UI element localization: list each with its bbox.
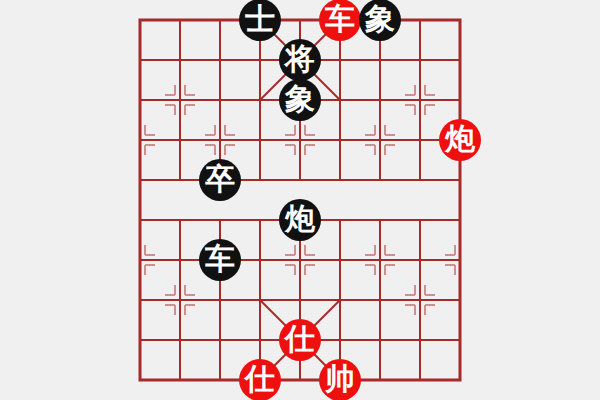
red-chariot-piece[interactable]: 车 — [319, 0, 361, 41]
black-cannon-glyph: 炮 — [285, 204, 315, 234]
xiangqi-diagram: 士车象将象炮卒炮车仕仕帅 — [0, 0, 600, 400]
board-point-f3r9: 仕 — [240, 360, 280, 400]
red-advisor-glyph: 仕 — [245, 364, 275, 394]
black-elephant-glyph: 象 — [365, 4, 395, 34]
black-soldier-glyph: 卒 — [205, 164, 235, 194]
red-cannon-piece[interactable]: 炮 — [439, 119, 481, 161]
red-chariot-glyph: 车 — [325, 4, 355, 34]
board-point-f5r9: 帅 — [320, 360, 360, 400]
red-general-piece[interactable]: 帅 — [319, 359, 361, 400]
black-elephant-glyph: 象 — [285, 84, 315, 114]
board-point-f2r6: 车 — [200, 240, 240, 280]
red-advisor-piece[interactable]: 仕 — [279, 319, 321, 361]
red-advisor-glyph: 仕 — [285, 324, 315, 354]
black-cannon-piece[interactable]: 炮 — [279, 199, 321, 241]
board-point-f4r8: 仕 — [280, 320, 320, 360]
board-point-f2r4: 卒 — [200, 160, 240, 200]
red-advisor-piece[interactable]: 仕 — [239, 359, 281, 400]
board-point-f4r1: 将 — [280, 40, 320, 80]
black-soldier-piece[interactable]: 卒 — [199, 159, 241, 201]
board-point-f8r3: 炮 — [440, 120, 480, 160]
red-general-glyph: 帅 — [325, 364, 355, 394]
board-point-f6r0: 象 — [360, 0, 400, 40]
black-chariot-glyph: 车 — [205, 244, 235, 274]
board-point-f5r0: 车 — [320, 0, 360, 40]
black-advisor-piece[interactable]: 士 — [239, 0, 281, 41]
black-general-glyph: 将 — [285, 44, 315, 74]
black-advisor-glyph: 士 — [245, 4, 275, 34]
black-chariot-piece[interactable]: 车 — [199, 239, 241, 281]
board-point-f3r0: 士 — [240, 0, 280, 40]
black-elephant-piece[interactable]: 象 — [279, 79, 321, 121]
red-cannon-glyph: 炮 — [445, 124, 475, 154]
board-grid: 士车象将象炮卒炮车仕仕帅 — [120, 0, 480, 400]
board-point-f4r5: 炮 — [280, 200, 320, 240]
black-elephant-piece[interactable]: 象 — [359, 0, 401, 41]
board-point-f4r2: 象 — [280, 80, 320, 120]
black-general-piece[interactable]: 将 — [279, 39, 321, 81]
